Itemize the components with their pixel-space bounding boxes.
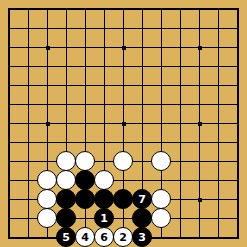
- intersection: [57, 190, 76, 209]
- white-stone: [56, 151, 76, 171]
- intersection[interactable]: [152, 114, 171, 133]
- black-stone: 3: [132, 227, 152, 247]
- intersection[interactable]: [228, 171, 247, 190]
- white-stone: [94, 170, 114, 190]
- intersection: [38, 209, 57, 228]
- white-stone: [37, 208, 57, 228]
- intersection: 4: [76, 228, 95, 247]
- intersection[interactable]: [57, 0, 76, 19]
- intersection[interactable]: [57, 114, 76, 133]
- intersection[interactable]: [38, 152, 57, 171]
- intersection[interactable]: [171, 114, 190, 133]
- intersection[interactable]: [0, 114, 19, 133]
- intersection: [57, 152, 76, 171]
- intersection[interactable]: [171, 38, 190, 57]
- intersection[interactable]: [19, 171, 38, 190]
- move-number: 4: [81, 232, 89, 243]
- intersection[interactable]: [38, 228, 57, 247]
- move-number: 5: [62, 232, 70, 243]
- intersection: 1: [95, 209, 114, 228]
- intersection[interactable]: [19, 0, 38, 19]
- intersection[interactable]: [152, 228, 171, 247]
- intersection[interactable]: [190, 57, 209, 76]
- intersection[interactable]: [19, 133, 38, 152]
- intersection[interactable]: [19, 19, 38, 38]
- intersection[interactable]: [209, 152, 228, 171]
- intersection: [152, 209, 171, 228]
- intersection[interactable]: [19, 152, 38, 171]
- intersection[interactable]: [0, 19, 19, 38]
- intersection[interactable]: [152, 0, 171, 19]
- intersection[interactable]: [0, 209, 19, 228]
- intersection[interactable]: [152, 19, 171, 38]
- intersection[interactable]: [133, 19, 152, 38]
- intersection[interactable]: [190, 38, 209, 57]
- intersection[interactable]: [171, 228, 190, 247]
- intersection: [95, 171, 114, 190]
- intersection[interactable]: [228, 95, 247, 114]
- intersection[interactable]: [0, 57, 19, 76]
- intersection[interactable]: [209, 0, 228, 19]
- intersection[interactable]: [133, 133, 152, 152]
- intersection[interactable]: [38, 76, 57, 95]
- intersection[interactable]: [57, 133, 76, 152]
- intersection: [57, 209, 76, 228]
- intersection[interactable]: [228, 38, 247, 57]
- black-stone: [94, 189, 114, 209]
- intersection[interactable]: [190, 0, 209, 19]
- intersection[interactable]: [228, 19, 247, 38]
- intersection[interactable]: [95, 19, 114, 38]
- black-stone: [56, 208, 76, 228]
- black-stone: [56, 189, 76, 209]
- intersection: [133, 209, 152, 228]
- intersection[interactable]: [0, 133, 19, 152]
- intersection[interactable]: [0, 76, 19, 95]
- black-stone: 5: [56, 227, 76, 247]
- white-stone: [113, 151, 133, 171]
- intersection[interactable]: [76, 38, 95, 57]
- intersection[interactable]: [114, 114, 133, 133]
- white-stone: 6: [94, 227, 114, 247]
- intersection[interactable]: [190, 76, 209, 95]
- black-stone: [75, 189, 95, 209]
- intersection[interactable]: [190, 19, 209, 38]
- intersection[interactable]: [209, 114, 228, 133]
- intersection[interactable]: [76, 19, 95, 38]
- intersection[interactable]: [171, 76, 190, 95]
- intersection[interactable]: [38, 133, 57, 152]
- white-stone: [75, 151, 95, 171]
- intersection[interactable]: [0, 0, 19, 19]
- intersection[interactable]: [133, 171, 152, 190]
- intersection[interactable]: [19, 114, 38, 133]
- intersection: 6: [95, 228, 114, 247]
- intersection: 2: [114, 228, 133, 247]
- intersection[interactable]: [171, 57, 190, 76]
- intersection[interactable]: [76, 114, 95, 133]
- intersection[interactable]: [171, 95, 190, 114]
- intersection[interactable]: [152, 133, 171, 152]
- intersection: [152, 190, 171, 209]
- intersection[interactable]: [19, 95, 38, 114]
- intersection[interactable]: [19, 190, 38, 209]
- intersection[interactable]: [57, 38, 76, 57]
- white-stone: 4: [75, 227, 95, 247]
- intersection[interactable]: [190, 171, 209, 190]
- board-grid: 7154623: [0, 0, 247, 247]
- intersection[interactable]: [114, 19, 133, 38]
- white-stone: [56, 170, 76, 190]
- intersection: [114, 152, 133, 171]
- intersection[interactable]: [57, 76, 76, 95]
- intersection[interactable]: [38, 38, 57, 57]
- white-stone: 2: [113, 227, 133, 247]
- intersection[interactable]: [228, 0, 247, 19]
- intersection: 3: [133, 228, 152, 247]
- intersection[interactable]: [19, 76, 38, 95]
- intersection[interactable]: [57, 95, 76, 114]
- intersection[interactable]: [0, 38, 19, 57]
- intersection[interactable]: [95, 152, 114, 171]
- intersection[interactable]: [209, 190, 228, 209]
- intersection[interactable]: [171, 190, 190, 209]
- intersection[interactable]: [133, 114, 152, 133]
- intersection[interactable]: [19, 57, 38, 76]
- intersection[interactable]: [114, 133, 133, 152]
- intersection[interactable]: [114, 171, 133, 190]
- white-stone: [151, 151, 171, 171]
- white-stone: [151, 208, 171, 228]
- intersection[interactable]: [38, 57, 57, 76]
- intersection[interactable]: [133, 76, 152, 95]
- intersection[interactable]: [114, 209, 133, 228]
- intersection[interactable]: [76, 209, 95, 228]
- intersection[interactable]: [0, 95, 19, 114]
- intersection[interactable]: [0, 228, 19, 247]
- intersection[interactable]: [76, 57, 95, 76]
- intersection[interactable]: [38, 0, 57, 19]
- intersection[interactable]: [0, 152, 19, 171]
- intersection[interactable]: [171, 19, 190, 38]
- intersection[interactable]: [209, 19, 228, 38]
- intersection[interactable]: [76, 0, 95, 19]
- intersection: [114, 190, 133, 209]
- intersection[interactable]: [209, 133, 228, 152]
- intersection[interactable]: [57, 19, 76, 38]
- intersection[interactable]: [171, 152, 190, 171]
- intersection[interactable]: [171, 133, 190, 152]
- intersection[interactable]: [114, 57, 133, 76]
- intersection: [57, 171, 76, 190]
- intersection[interactable]: [228, 114, 247, 133]
- intersection[interactable]: [114, 0, 133, 19]
- intersection[interactable]: [95, 0, 114, 19]
- intersection: [95, 190, 114, 209]
- intersection[interactable]: [171, 209, 190, 228]
- intersection[interactable]: [114, 38, 133, 57]
- intersection[interactable]: [190, 95, 209, 114]
- intersection[interactable]: [209, 95, 228, 114]
- intersection[interactable]: [133, 152, 152, 171]
- intersection[interactable]: [57, 57, 76, 76]
- move-number: 6: [100, 232, 108, 243]
- intersection[interactable]: [0, 171, 19, 190]
- intersection[interactable]: [38, 114, 57, 133]
- intersection[interactable]: [228, 190, 247, 209]
- intersection[interactable]: [76, 133, 95, 152]
- intersection[interactable]: [190, 133, 209, 152]
- intersection[interactable]: [133, 38, 152, 57]
- move-number: 7: [138, 194, 146, 205]
- intersection: [76, 152, 95, 171]
- intersection[interactable]: [190, 114, 209, 133]
- intersection[interactable]: [95, 114, 114, 133]
- intersection[interactable]: [152, 57, 171, 76]
- intersection: [76, 190, 95, 209]
- intersection[interactable]: [114, 95, 133, 114]
- intersection[interactable]: [209, 76, 228, 95]
- intersection[interactable]: [209, 171, 228, 190]
- intersection[interactable]: [171, 171, 190, 190]
- intersection[interactable]: [133, 57, 152, 76]
- intersection[interactable]: [190, 209, 209, 228]
- intersection: 7: [133, 190, 152, 209]
- intersection[interactable]: [152, 38, 171, 57]
- intersection[interactable]: [76, 76, 95, 95]
- intersection[interactable]: [19, 209, 38, 228]
- intersection[interactable]: [228, 133, 247, 152]
- intersection[interactable]: [190, 190, 209, 209]
- black-stone: 1: [94, 208, 114, 228]
- intersection: [76, 171, 95, 190]
- intersection[interactable]: [95, 57, 114, 76]
- intersection[interactable]: [95, 76, 114, 95]
- intersection[interactable]: [190, 152, 209, 171]
- intersection[interactable]: [228, 76, 247, 95]
- intersection[interactable]: [95, 95, 114, 114]
- intersection: [152, 152, 171, 171]
- intersection[interactable]: [38, 19, 57, 38]
- intersection[interactable]: [209, 228, 228, 247]
- intersection: [38, 171, 57, 190]
- intersection[interactable]: [76, 95, 95, 114]
- intersection[interactable]: [152, 171, 171, 190]
- intersection[interactable]: [228, 57, 247, 76]
- intersection[interactable]: [114, 76, 133, 95]
- intersection[interactable]: [209, 209, 228, 228]
- intersection[interactable]: [228, 152, 247, 171]
- intersection[interactable]: [19, 38, 38, 57]
- intersection[interactable]: [228, 209, 247, 228]
- intersection[interactable]: [152, 95, 171, 114]
- white-stone: [37, 170, 57, 190]
- intersection[interactable]: [171, 0, 190, 19]
- intersection: 5: [57, 228, 76, 247]
- black-stone: [113, 189, 133, 209]
- go-board-diagram: 7154623: [0, 0, 247, 247]
- intersection[interactable]: [209, 57, 228, 76]
- intersection: [38, 190, 57, 209]
- black-stone: 7: [132, 189, 152, 209]
- intersection[interactable]: [133, 0, 152, 19]
- intersection[interactable]: [190, 228, 209, 247]
- intersection[interactable]: [0, 190, 19, 209]
- intersection[interactable]: [133, 95, 152, 114]
- black-stone: [132, 208, 152, 228]
- intersection[interactable]: [38, 95, 57, 114]
- intersection[interactable]: [19, 228, 38, 247]
- black-stone: [75, 170, 95, 190]
- move-number: 3: [138, 232, 146, 243]
- white-stone: [37, 189, 57, 209]
- white-stone: [151, 189, 171, 209]
- intersection[interactable]: [228, 228, 247, 247]
- intersection[interactable]: [95, 38, 114, 57]
- move-number: 2: [119, 232, 127, 243]
- intersection[interactable]: [95, 133, 114, 152]
- intersection[interactable]: [209, 38, 228, 57]
- move-number: 1: [100, 213, 108, 224]
- intersection[interactable]: [152, 76, 171, 95]
